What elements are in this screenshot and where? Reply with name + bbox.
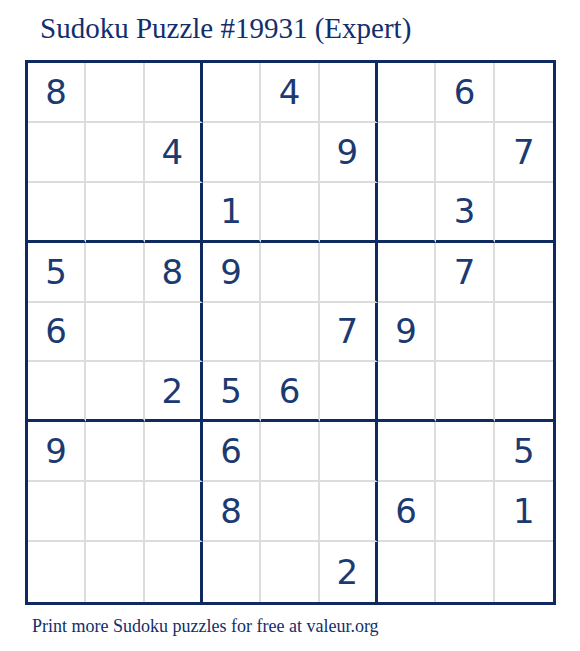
cell-r4c3[interactable]: 8	[145, 243, 203, 303]
cell-r9c5[interactable]	[261, 542, 319, 602]
cell-r1c5[interactable]: 4	[261, 63, 319, 123]
cell-r8c9[interactable]: 1	[495, 482, 553, 542]
cell-r1c2[interactable]	[86, 63, 144, 123]
cell-r3c8[interactable]: 3	[436, 183, 494, 243]
cell-r5c3[interactable]	[145, 303, 203, 363]
cell-r7c4[interactable]: 6	[203, 422, 261, 482]
cell-r1c3[interactable]	[145, 63, 203, 123]
cell-r2c7[interactable]	[378, 123, 436, 183]
puzzle-title: Sudoku Puzzle #19931 (Expert)	[40, 12, 411, 45]
cell-r8c8[interactable]	[436, 482, 494, 542]
cell-r8c1[interactable]	[28, 482, 86, 542]
cell-r9c9[interactable]	[495, 542, 553, 602]
cell-r3c1[interactable]	[28, 183, 86, 243]
cell-r1c9[interactable]	[495, 63, 553, 123]
cell-r3c6[interactable]	[320, 183, 378, 243]
cell-r2c8[interactable]	[436, 123, 494, 183]
cell-r8c4[interactable]: 8	[203, 482, 261, 542]
cell-r9c1[interactable]	[28, 542, 86, 602]
cell-r6c7[interactable]	[378, 362, 436, 422]
cell-r1c4[interactable]	[203, 63, 261, 123]
cell-r7c7[interactable]	[378, 422, 436, 482]
cell-r4c9[interactable]	[495, 243, 553, 303]
cell-r5c6[interactable]: 7	[320, 303, 378, 363]
cell-r3c4[interactable]: 1	[203, 183, 261, 243]
cell-r5c8[interactable]	[436, 303, 494, 363]
cell-r7c2[interactable]	[86, 422, 144, 482]
cell-r9c6[interactable]: 2	[320, 542, 378, 602]
cell-r9c4[interactable]	[203, 542, 261, 602]
cell-r1c1[interactable]: 8	[28, 63, 86, 123]
cell-r6c4[interactable]: 5	[203, 362, 261, 422]
cell-r3c3[interactable]	[145, 183, 203, 243]
cell-r8c2[interactable]	[86, 482, 144, 542]
cell-r5c9[interactable]	[495, 303, 553, 363]
cell-r7c9[interactable]: 5	[495, 422, 553, 482]
cell-r6c6[interactable]	[320, 362, 378, 422]
cell-r2c6[interactable]: 9	[320, 123, 378, 183]
cell-r5c4[interactable]	[203, 303, 261, 363]
cell-r8c7[interactable]: 6	[378, 482, 436, 542]
cell-r1c7[interactable]	[378, 63, 436, 123]
cell-r4c5[interactable]	[261, 243, 319, 303]
cell-r2c3[interactable]: 4	[145, 123, 203, 183]
cell-r4c4[interactable]: 9	[203, 243, 261, 303]
page: Sudoku Puzzle #19931 (Expert) 8464971358…	[0, 0, 580, 651]
cell-r3c7[interactable]	[378, 183, 436, 243]
cell-r1c8[interactable]: 6	[436, 63, 494, 123]
cell-r4c2[interactable]	[86, 243, 144, 303]
cell-r5c1[interactable]: 6	[28, 303, 86, 363]
cell-r3c9[interactable]	[495, 183, 553, 243]
cell-r8c6[interactable]	[320, 482, 378, 542]
cell-r7c6[interactable]	[320, 422, 378, 482]
cell-r7c3[interactable]	[145, 422, 203, 482]
cell-r4c1[interactable]: 5	[28, 243, 86, 303]
cell-r3c5[interactable]	[261, 183, 319, 243]
cell-r6c9[interactable]	[495, 362, 553, 422]
cell-r6c3[interactable]: 2	[145, 362, 203, 422]
sudoku-board: 8464971358976792569658612	[25, 60, 556, 605]
cell-r2c2[interactable]	[86, 123, 144, 183]
cell-r6c8[interactable]	[436, 362, 494, 422]
cell-r6c2[interactable]	[86, 362, 144, 422]
cell-r4c7[interactable]	[378, 243, 436, 303]
cell-r5c2[interactable]	[86, 303, 144, 363]
cell-r4c6[interactable]	[320, 243, 378, 303]
cell-r9c3[interactable]	[145, 542, 203, 602]
cell-r1c6[interactable]	[320, 63, 378, 123]
cell-r2c4[interactable]	[203, 123, 261, 183]
cell-r7c5[interactable]	[261, 422, 319, 482]
cell-r3c2[interactable]	[86, 183, 144, 243]
cell-r6c5[interactable]: 6	[261, 362, 319, 422]
cell-r9c8[interactable]	[436, 542, 494, 602]
cell-r9c2[interactable]	[86, 542, 144, 602]
cell-r2c9[interactable]: 7	[495, 123, 553, 183]
cell-r2c5[interactable]	[261, 123, 319, 183]
cell-r8c5[interactable]	[261, 482, 319, 542]
cell-r8c3[interactable]	[145, 482, 203, 542]
cell-r2c1[interactable]	[28, 123, 86, 183]
cell-r5c5[interactable]	[261, 303, 319, 363]
cell-r6c1[interactable]	[28, 362, 86, 422]
cell-r4c8[interactable]: 7	[436, 243, 494, 303]
cell-r5c7[interactable]: 9	[378, 303, 436, 363]
cell-r7c8[interactable]	[436, 422, 494, 482]
cell-r9c7[interactable]	[378, 542, 436, 602]
footer-text: Print more Sudoku puzzles for free at va…	[32, 616, 379, 637]
cell-r7c1[interactable]: 9	[28, 422, 86, 482]
